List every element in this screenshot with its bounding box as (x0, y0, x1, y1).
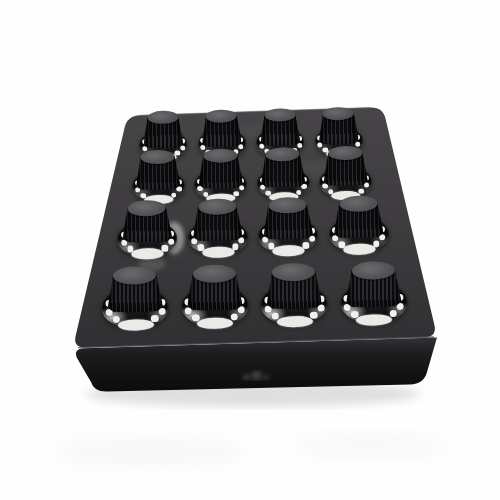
knob-cap (346, 268, 402, 308)
indicator-arc (343, 244, 376, 255)
knob-cap (187, 272, 243, 312)
indicator-arc (202, 247, 235, 258)
indicator-arc (131, 248, 164, 259)
indicator-arc (272, 245, 305, 256)
knob-cap (122, 206, 172, 243)
knob-cap (198, 154, 242, 189)
knob-cap (136, 155, 180, 190)
knob-cap (319, 112, 359, 145)
knob-cap (266, 270, 322, 310)
indicator-arc (197, 317, 234, 329)
knob-cap (260, 114, 300, 147)
indicator-arc (276, 315, 313, 327)
knob-cap (263, 203, 313, 240)
knob-cap (334, 202, 384, 239)
knob-cap (193, 205, 243, 242)
knob-cap (202, 115, 242, 148)
indicator-arc (356, 314, 393, 326)
product-photo (0, 0, 500, 500)
knob-cap (323, 152, 367, 187)
knob-grid (0, 0, 500, 500)
indicator-arc (117, 319, 154, 331)
knob-cap (143, 116, 183, 149)
knob-cap (261, 153, 305, 188)
knob-cap (107, 273, 163, 313)
